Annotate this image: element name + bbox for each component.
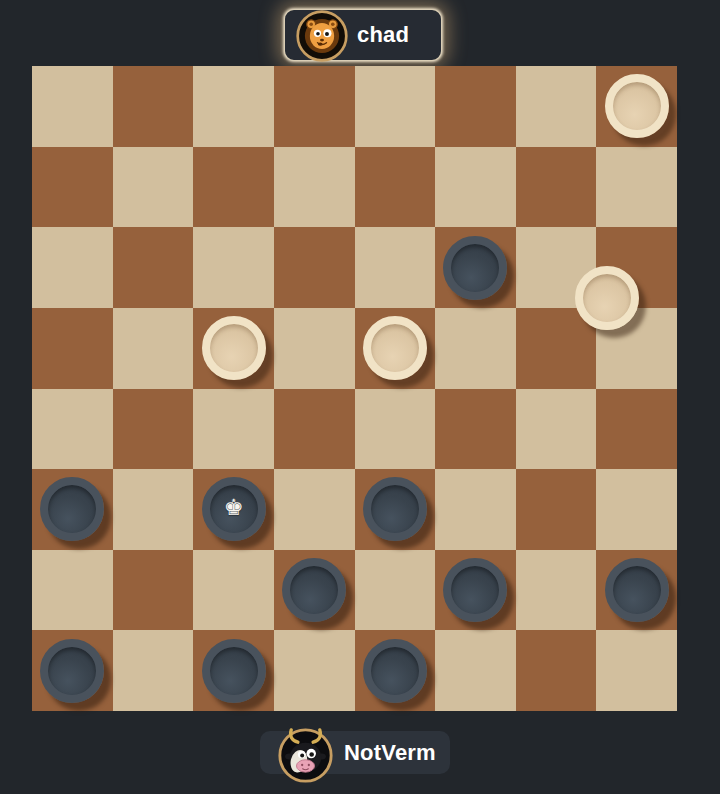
checker-man-black[interactable]	[605, 558, 669, 622]
board-square[interactable]	[274, 66, 355, 147]
checker-man-white[interactable]	[605, 74, 669, 138]
board-square[interactable]	[113, 469, 194, 550]
board-square[interactable]	[193, 550, 274, 631]
lion-avatar	[295, 9, 349, 63]
player-name-top: chad	[357, 22, 409, 48]
checker-man-black[interactable]	[443, 236, 507, 300]
board-square[interactable]	[193, 147, 274, 228]
board-square[interactable]	[113, 227, 194, 308]
board-square[interactable]	[516, 66, 597, 147]
board-square[interactable]	[32, 308, 113, 389]
checker-man-white[interactable]	[202, 316, 266, 380]
board-square[interactable]	[516, 389, 597, 470]
player-name-bottom: NotVerm	[344, 740, 436, 766]
board-square[interactable]	[355, 147, 436, 228]
board-square[interactable]	[274, 308, 355, 389]
board-square[interactable]	[435, 630, 516, 711]
board-square[interactable]	[32, 66, 113, 147]
checker-man-black[interactable]	[282, 558, 346, 622]
board: ♚	[32, 66, 677, 711]
board-square[interactable]	[355, 389, 436, 470]
board-square[interactable]	[516, 147, 597, 228]
checker-man-white[interactable]	[575, 266, 639, 330]
board-square[interactable]	[113, 630, 194, 711]
checker-king-black[interactable]: ♚	[202, 477, 266, 541]
checker-man-black[interactable]	[202, 639, 266, 703]
board-square[interactable]	[596, 147, 677, 228]
board-square[interactable]	[435, 469, 516, 550]
board-square[interactable]	[596, 469, 677, 550]
board-square[interactable]	[274, 389, 355, 470]
board-square[interactable]	[435, 308, 516, 389]
board-square[interactable]	[113, 147, 194, 228]
board-square[interactable]	[274, 147, 355, 228]
board-square[interactable]	[355, 227, 436, 308]
board-square[interactable]	[596, 389, 677, 470]
board-square[interactable]	[32, 227, 113, 308]
board-square[interactable]	[113, 308, 194, 389]
bull-avatar	[277, 727, 334, 784]
board-square[interactable]	[32, 147, 113, 228]
checker-man-black[interactable]	[363, 639, 427, 703]
checker-man-black[interactable]	[40, 639, 104, 703]
board-square[interactable]	[32, 550, 113, 631]
board-square[interactable]	[435, 147, 516, 228]
board-square[interactable]	[435, 66, 516, 147]
board-square[interactable]	[435, 389, 516, 470]
board-square[interactable]	[355, 550, 436, 631]
board-square[interactable]	[113, 550, 194, 631]
board-square[interactable]	[355, 66, 436, 147]
board-square[interactable]	[516, 550, 597, 631]
board-square[interactable]	[274, 227, 355, 308]
board-square[interactable]	[516, 630, 597, 711]
board-square[interactable]	[596, 630, 677, 711]
board-square[interactable]	[113, 389, 194, 470]
board-square[interactable]	[193, 389, 274, 470]
king-crown-icon: ♚	[210, 485, 258, 533]
board-square[interactable]	[113, 66, 194, 147]
checker-man-black[interactable]	[363, 477, 427, 541]
player-badge-bottom[interactable]: NotVerm	[260, 731, 450, 774]
checker-man-white[interactable]	[363, 316, 427, 380]
board-square[interactable]	[193, 66, 274, 147]
board-square[interactable]	[274, 630, 355, 711]
board-square[interactable]	[193, 227, 274, 308]
board-square[interactable]	[274, 469, 355, 550]
board-square[interactable]	[516, 469, 597, 550]
board-square[interactable]	[32, 389, 113, 470]
player-badge-top[interactable]: chad	[284, 9, 442, 61]
